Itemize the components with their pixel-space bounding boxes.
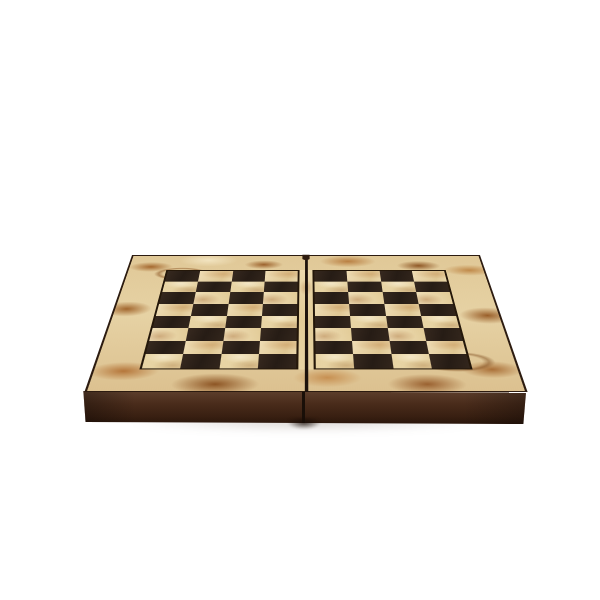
board-square <box>156 304 194 316</box>
board-square <box>315 328 352 341</box>
board-square <box>258 354 297 368</box>
board-square <box>349 304 385 316</box>
board-square <box>315 316 351 328</box>
board-square <box>189 316 227 328</box>
board-square <box>429 354 470 368</box>
board-square <box>221 341 260 355</box>
board-photo <box>0 0 600 600</box>
board-square <box>194 292 230 303</box>
board-square <box>316 354 355 368</box>
board-square <box>384 304 421 316</box>
board-square <box>223 328 261 341</box>
board-square <box>353 354 393 368</box>
board-square <box>391 354 432 368</box>
board-square <box>386 316 424 328</box>
board-square <box>219 354 259 368</box>
board-square <box>186 328 225 341</box>
board-square <box>351 328 389 341</box>
board-square <box>196 281 231 292</box>
board-square <box>162 281 198 292</box>
board-square <box>352 341 391 355</box>
board-top <box>84 255 527 392</box>
board-square <box>228 292 263 303</box>
board-square <box>314 281 348 292</box>
board-square <box>418 304 456 316</box>
board-half-right <box>312 270 472 369</box>
board-square <box>423 328 462 341</box>
board-square <box>381 281 416 292</box>
board-square <box>264 271 297 281</box>
board-square <box>315 292 350 303</box>
board-square <box>387 328 426 341</box>
board-square <box>149 328 188 341</box>
board-square <box>350 316 387 328</box>
board-square <box>230 281 265 292</box>
board-square <box>260 328 297 341</box>
board-square <box>314 271 347 281</box>
board-square <box>183 341 223 355</box>
board-square <box>416 292 453 303</box>
board-square <box>412 271 447 281</box>
board-square <box>348 281 383 292</box>
board-square <box>262 304 297 316</box>
board-square <box>191 304 228 316</box>
board-square <box>379 271 414 281</box>
board-square <box>261 316 297 328</box>
board-square <box>165 271 200 281</box>
hinge-gap-line <box>304 255 307 392</box>
board-square <box>227 304 263 316</box>
board-square <box>426 341 466 355</box>
board-square <box>347 271 381 281</box>
hinge-shadow <box>288 418 320 429</box>
board-square <box>315 341 353 355</box>
board-square <box>198 271 233 281</box>
board-square <box>263 292 298 303</box>
board-half-left <box>139 270 299 369</box>
board-square <box>259 341 297 355</box>
board-square <box>231 271 265 281</box>
board-square <box>382 292 418 303</box>
board-square <box>421 316 460 328</box>
board-square <box>414 281 450 292</box>
hinge-icon <box>302 255 309 260</box>
board-square <box>389 341 429 355</box>
board-square <box>146 341 186 355</box>
board-square <box>159 292 196 303</box>
board-square <box>348 292 383 303</box>
board-square <box>153 316 192 328</box>
board-square <box>264 281 298 292</box>
board-square <box>225 316 262 328</box>
board-square <box>142 354 183 368</box>
board-square <box>180 354 221 368</box>
board-square <box>315 304 350 316</box>
